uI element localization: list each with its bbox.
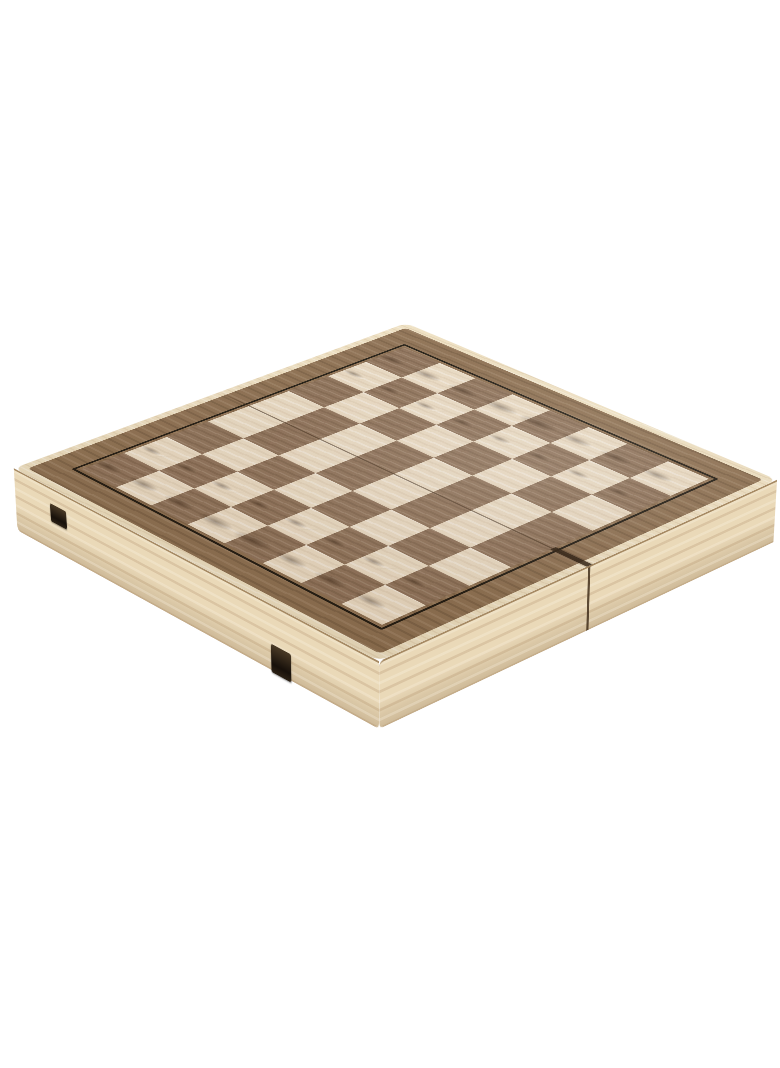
clasp-front-icon: [271, 644, 291, 683]
square-g4: [471, 493, 551, 529]
chess-board: ♜♞♟♝♟♛♟♚♟♝♟♞♟♟♜♟♟♜♟♟♞♟♝♟♛♟♚♟♝♟♞♜: [14, 323, 777, 661]
fold-seam-notch: [550, 547, 591, 566]
light-pawn-glyph: ♟: [552, 447, 694, 502]
square-f4: [432, 475, 511, 510]
square-h4: [512, 512, 593, 549]
clasp-left-icon: [50, 503, 67, 530]
product-photo-scene: ♜♞♟♝♟♛♟♚♟♝♟♞♟♟♜♟♟♜♟♟♞♟♝♟♛♟♚♟♝♟♞♜: [0, 0, 780, 1068]
square-h3: [552, 494, 633, 530]
dark-rook-glyph: ♜: [298, 536, 450, 612]
fold-seam-side: [586, 567, 590, 631]
